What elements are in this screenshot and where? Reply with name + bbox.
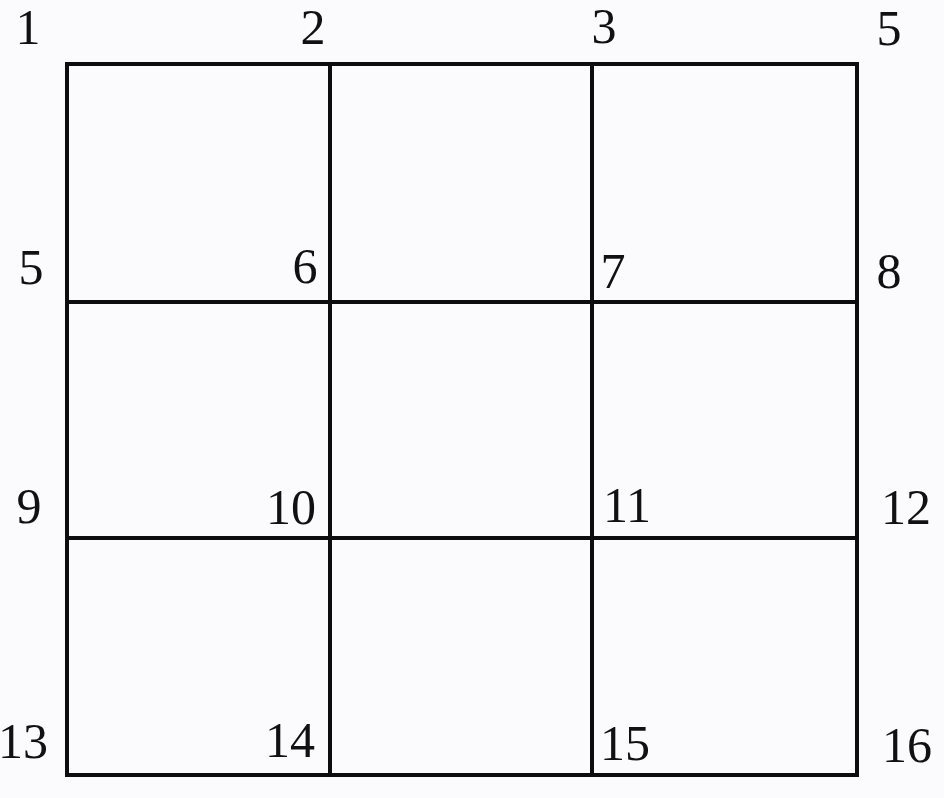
node-label-1: 1 (16, 2, 41, 52)
grid-figure: 1 2 3 5 5 6 7 8 9 10 11 12 13 14 15 16 (0, 0, 944, 798)
cell-r1c3 (592, 66, 855, 302)
node-label-5: 5 (19, 242, 44, 292)
node-label-9: 9 (17, 481, 42, 531)
node-label-14: 14 (265, 715, 315, 765)
node-label-6: 6 (293, 241, 318, 291)
cell-layer (69, 66, 855, 773)
grid-board (65, 62, 859, 777)
node-label-2: 2 (301, 2, 326, 52)
node-label-4: 5 (877, 3, 902, 53)
node-label-7: 7 (601, 246, 626, 296)
node-label-11: 11 (603, 480, 651, 530)
cell-r1c1 (69, 66, 330, 302)
node-label-15: 15 (600, 718, 650, 768)
grid-hline-1 (69, 300, 855, 304)
cell-r1c2 (330, 66, 592, 302)
grid-vline-1 (328, 66, 332, 773)
grid-vline-2 (590, 66, 594, 773)
node-label-8: 8 (877, 246, 902, 296)
cell-r3c2 (330, 536, 592, 773)
node-label-12: 12 (881, 482, 931, 532)
node-label-16: 16 (882, 720, 932, 770)
node-label-10: 10 (266, 482, 316, 532)
grid-hline-2 (69, 536, 855, 540)
cell-r2c2 (330, 302, 592, 536)
node-label-13: 13 (0, 716, 48, 766)
node-label-3: 3 (592, 1, 617, 51)
